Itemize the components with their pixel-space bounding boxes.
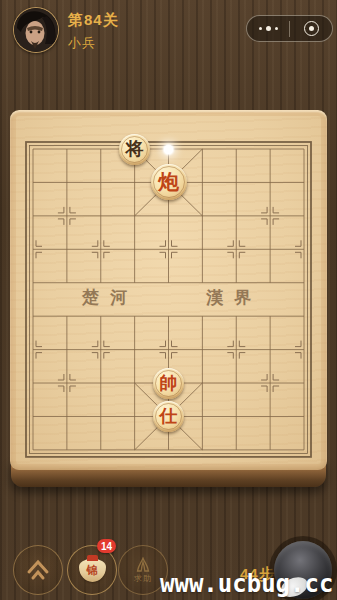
- money-bag-icon: 锦: [79, 559, 106, 582]
- piece-black-general[interactable]: 将: [119, 134, 150, 165]
- xiangqi-board[interactable]: 楚河 漢界 将炮帥仕: [10, 110, 327, 487]
- collapse-menu-button[interactable]: [13, 545, 63, 595]
- piece-red-cannon[interactable]: 炮: [151, 164, 187, 200]
- pieces-layer: 将炮帥仕: [10, 110, 327, 470]
- player-avatar[interactable]: [13, 7, 59, 53]
- watermark: www.ucbug.cc: [160, 570, 333, 598]
- piece-red-advisor[interactable]: 仕: [153, 401, 184, 432]
- avatar-portrait-icon: [14, 8, 58, 52]
- more-dot-icon: [266, 26, 271, 31]
- hint-count-badge: 14: [97, 539, 116, 553]
- help-label: 求助: [134, 573, 152, 584]
- exit-miniprogram-button[interactable]: [290, 16, 332, 41]
- player-rank: 小兵: [68, 34, 119, 52]
- exit-target-icon: [304, 21, 319, 36]
- more-dot-icon: [259, 27, 262, 30]
- more-options-button[interactable]: [247, 16, 289, 41]
- hint-bag-button[interactable]: 锦 14: [67, 545, 117, 595]
- level-title: 第84关: [68, 11, 119, 30]
- top-bar: 第84关 小兵: [0, 0, 337, 60]
- title-block: 第84关 小兵: [68, 11, 119, 52]
- more-dot-icon: [275, 27, 278, 30]
- miniprogram-capsule: [246, 15, 333, 42]
- piece-red-general[interactable]: 帥: [153, 368, 184, 399]
- last-move-highlight-dot: [164, 145, 173, 154]
- praying-hands-icon: [132, 557, 154, 574]
- chevron-up-icon: [24, 557, 52, 583]
